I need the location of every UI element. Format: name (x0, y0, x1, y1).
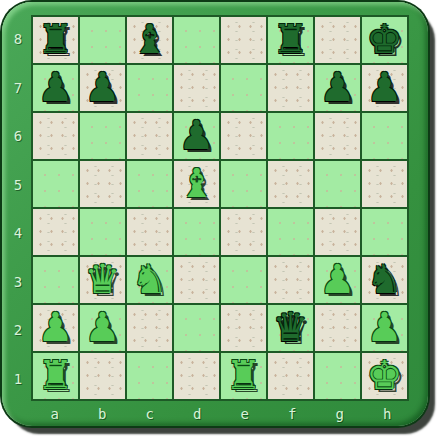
rank-labels: 87654321 (6, 15, 30, 403)
white-bishop[interactable]: ♝ (179, 163, 215, 203)
rank-label-6: 6 (6, 112, 30, 161)
white-pawn[interactable]: ♟ (367, 307, 403, 347)
white-pawn[interactable]: ♟ (38, 307, 74, 347)
white-rook[interactable]: ♜ (226, 355, 262, 395)
square-a7[interactable]: ♟ (33, 65, 78, 111)
white-queen[interactable]: ♛ (85, 259, 121, 299)
white-knight[interactable]: ♞ (132, 259, 168, 299)
square-h7[interactable]: ♟ (362, 65, 407, 111)
square-f5[interactable] (268, 161, 313, 207)
square-d5[interactable]: ♝ (174, 161, 219, 207)
square-f8[interactable]: ♜ (268, 17, 313, 63)
square-b1[interactable] (80, 353, 125, 399)
white-pawn[interactable]: ♟ (320, 259, 356, 299)
square-d1[interactable] (174, 353, 219, 399)
file-label-c: c (126, 403, 174, 425)
file-label-a: a (31, 403, 79, 425)
square-c5[interactable] (127, 161, 172, 207)
black-knight[interactable]: ♞ (367, 259, 403, 299)
square-h2[interactable]: ♟ (362, 305, 407, 351)
square-e4[interactable] (221, 209, 266, 255)
file-label-d: d (174, 403, 222, 425)
rank-label-5: 5 (6, 161, 30, 210)
square-b8[interactable] (80, 17, 125, 63)
square-f6[interactable] (268, 113, 313, 159)
black-king[interactable]: ♚ (367, 19, 403, 59)
black-rook[interactable]: ♜ (38, 19, 74, 59)
rank-label-8: 8 (6, 15, 30, 64)
square-e2[interactable] (221, 305, 266, 351)
square-f4[interactable] (268, 209, 313, 255)
file-label-b: b (79, 403, 127, 425)
black-bishop[interactable]: ♝ (132, 19, 168, 59)
rank-label-3: 3 (6, 258, 30, 307)
square-g2[interactable] (315, 305, 360, 351)
file-label-e: e (221, 403, 269, 425)
square-d4[interactable] (174, 209, 219, 255)
square-d3[interactable] (174, 257, 219, 303)
square-h4[interactable] (362, 209, 407, 255)
white-king[interactable]: ♚ (367, 355, 403, 395)
rank-label-7: 7 (6, 64, 30, 113)
square-g8[interactable] (315, 17, 360, 63)
black-pawn[interactable]: ♟ (320, 67, 356, 107)
chess-board: ♜♝♜♚♟♟♟♟♟♝♛♞♟♞♟♟♛♟♜♜♚ (31, 15, 409, 401)
square-c8[interactable]: ♝ (127, 17, 172, 63)
square-f2[interactable]: ♛ (268, 305, 313, 351)
square-b3[interactable]: ♛ (80, 257, 125, 303)
white-rook[interactable]: ♜ (38, 355, 74, 395)
square-e7[interactable] (221, 65, 266, 111)
rank-label-4: 4 (6, 209, 30, 258)
black-pawn[interactable]: ♟ (179, 115, 215, 155)
square-c2[interactable] (127, 305, 172, 351)
white-pawn[interactable]: ♟ (85, 307, 121, 347)
file-label-g: g (316, 403, 364, 425)
screenshot-canvas: 87654321 ♜♝♜♚♟♟♟♟♟♝♛♞♟♞♟♟♛♟♜♜♚ abcdefgh (0, 0, 444, 442)
board-frame: 87654321 ♜♝♜♚♟♟♟♟♟♝♛♞♟♞♟♟♛♟♜♜♚ abcdefgh (2, 2, 428, 426)
square-c6[interactable] (127, 113, 172, 159)
black-pawn[interactable]: ♟ (367, 67, 403, 107)
square-a1[interactable]: ♜ (33, 353, 78, 399)
square-h3[interactable]: ♞ (362, 257, 407, 303)
square-g4[interactable] (315, 209, 360, 255)
black-pawn[interactable]: ♟ (38, 67, 74, 107)
square-g5[interactable] (315, 161, 360, 207)
square-a8[interactable]: ♜ (33, 17, 78, 63)
square-e8[interactable] (221, 17, 266, 63)
square-a6[interactable] (33, 113, 78, 159)
square-a3[interactable] (33, 257, 78, 303)
square-h6[interactable] (362, 113, 407, 159)
square-b2[interactable]: ♟ (80, 305, 125, 351)
square-a4[interactable] (33, 209, 78, 255)
square-b6[interactable] (80, 113, 125, 159)
square-a5[interactable] (33, 161, 78, 207)
square-b7[interactable]: ♟ (80, 65, 125, 111)
square-a2[interactable]: ♟ (33, 305, 78, 351)
square-f7[interactable] (268, 65, 313, 111)
square-f1[interactable] (268, 353, 313, 399)
square-g7[interactable]: ♟ (315, 65, 360, 111)
black-queen[interactable]: ♛ (273, 307, 309, 347)
square-e1[interactable]: ♜ (221, 353, 266, 399)
rank-label-1: 1 (6, 355, 30, 404)
rank-label-2: 2 (6, 306, 30, 355)
square-h5[interactable] (362, 161, 407, 207)
square-d8[interactable] (174, 17, 219, 63)
square-c4[interactable] (127, 209, 172, 255)
square-g3[interactable]: ♟ (315, 257, 360, 303)
square-g1[interactable] (315, 353, 360, 399)
square-c3[interactable]: ♞ (127, 257, 172, 303)
square-f3[interactable] (268, 257, 313, 303)
file-label-h: h (364, 403, 412, 425)
square-e3[interactable] (221, 257, 266, 303)
file-label-f: f (269, 403, 317, 425)
square-b4[interactable] (80, 209, 125, 255)
square-b5[interactable] (80, 161, 125, 207)
square-h8[interactable]: ♚ (362, 17, 407, 63)
black-rook[interactable]: ♜ (273, 19, 309, 59)
square-h1[interactable]: ♚ (362, 353, 407, 399)
black-pawn[interactable]: ♟ (85, 67, 121, 107)
square-d7[interactable] (174, 65, 219, 111)
square-d6[interactable]: ♟ (174, 113, 219, 159)
square-d2[interactable] (174, 305, 219, 351)
square-e6[interactable] (221, 113, 266, 159)
square-e5[interactable] (221, 161, 266, 207)
square-c1[interactable] (127, 353, 172, 399)
file-labels: abcdefgh (31, 403, 411, 425)
square-c7[interactable] (127, 65, 172, 111)
square-g6[interactable] (315, 113, 360, 159)
